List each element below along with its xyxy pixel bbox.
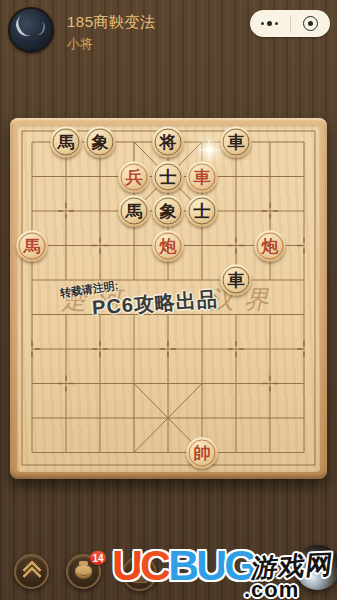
move-sparkle-effect <box>206 147 213 154</box>
piece-char: 炮 <box>160 237 177 254</box>
piece-char: 士 <box>160 168 177 185</box>
piece-char: 車 <box>194 168 211 185</box>
dark-orb <box>295 545 337 590</box>
piece-char: 馬 <box>24 237 41 254</box>
piece-red-馬[interactable]: 馬 <box>17 230 48 261</box>
piece-black-士[interactable]: 士 <box>187 196 218 227</box>
piece-black-将[interactable]: 将 <box>153 127 184 158</box>
player-avatar <box>8 7 54 53</box>
close-minimize-button[interactable] <box>291 10 331 37</box>
piece-red-炮[interactable]: 炮 <box>255 230 286 261</box>
collapse-button[interactable] <box>14 554 49 589</box>
piece-char: 炮 <box>262 237 279 254</box>
piece-char: 兵 <box>126 168 143 185</box>
logo-letter: B <box>168 541 196 589</box>
piece-char: 馬 <box>126 203 143 220</box>
coin-badge: 14 <box>90 551 106 565</box>
header: 185商鞅变法 小将 <box>0 0 337 56</box>
piece-red-兵[interactable]: 兵 <box>119 161 150 192</box>
site-logo-com: .com <box>244 577 299 600</box>
piece-char: 馬 <box>58 134 75 151</box>
piece-char: 象 <box>92 134 109 151</box>
piece-black-士[interactable]: 士 <box>153 161 184 192</box>
more-button[interactable] <box>250 10 290 37</box>
level-title: 185商鞅变法 <box>67 13 156 32</box>
target-circle-icon <box>303 16 318 31</box>
piece-red-炮[interactable]: 炮 <box>153 230 184 261</box>
item-button[interactable] <box>122 556 157 591</box>
piece-char: 帥 <box>194 444 211 461</box>
piece-red-帥[interactable]: 帥 <box>187 437 218 468</box>
piece-char: 車 <box>228 272 245 289</box>
piece-char: 象 <box>160 203 177 220</box>
money-bag-icon <box>75 565 92 579</box>
piece-black-象[interactable]: 象 <box>85 127 116 158</box>
piece-black-馬[interactable]: 馬 <box>51 127 82 158</box>
piece-char: 士 <box>194 203 211 220</box>
piece-black-車[interactable]: 車 <box>221 127 252 158</box>
more-dots-icon <box>261 21 278 26</box>
rank-subtitle: 小将 <box>67 35 93 53</box>
miniprogram-capsule <box>250 10 330 37</box>
piece-char: 車 <box>228 134 245 151</box>
piece-red-車[interactable]: 車 <box>187 161 218 192</box>
logo-letter: G <box>224 541 254 589</box>
item-icon <box>133 566 148 583</box>
coin-bag-button[interactable]: 14 <box>66 554 101 589</box>
piece-char: 将 <box>160 134 177 151</box>
piece-black-馬[interactable]: 馬 <box>119 196 150 227</box>
piece-black-車[interactable]: 車 <box>221 265 252 296</box>
logo-letter: U <box>196 541 224 589</box>
piece-black-象[interactable]: 象 <box>153 196 184 227</box>
